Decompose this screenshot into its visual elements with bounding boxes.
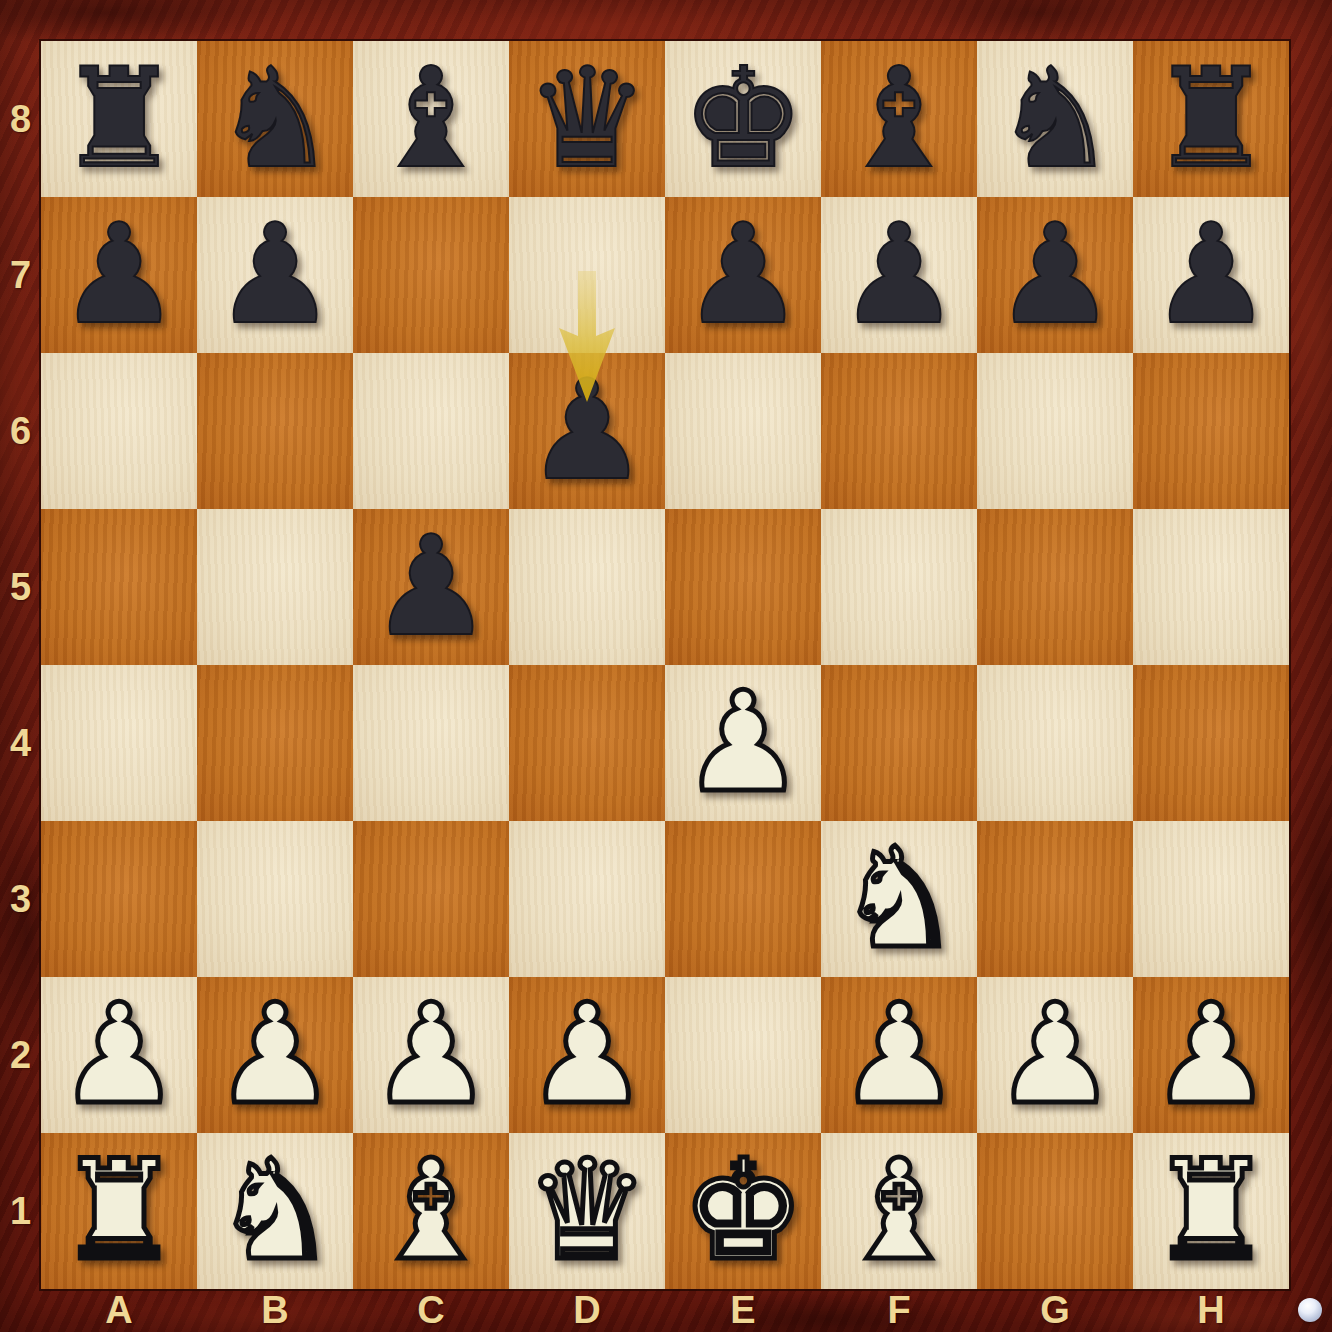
square-f1[interactable]: ♝ — [821, 1133, 977, 1289]
rank-label-4: 4 — [0, 665, 41, 821]
square-h8[interactable]: ♜ — [1133, 41, 1289, 197]
square-g3[interactable] — [977, 821, 1133, 977]
white-knight: ♞ — [213, 1133, 337, 1289]
square-e6[interactable] — [665, 353, 821, 509]
square-e8[interactable]: ♚ — [665, 41, 821, 197]
square-c8[interactable]: ♝ — [353, 41, 509, 197]
square-f7[interactable]: ♟ — [821, 197, 977, 353]
square-d2[interactable]: ♟ — [509, 977, 665, 1133]
white-king: ♚ — [681, 1133, 805, 1289]
side-to-move-indicator — [1298, 1298, 1322, 1322]
white-bishop: ♝ — [837, 1133, 961, 1289]
square-c2[interactable]: ♟ — [353, 977, 509, 1133]
square-h2[interactable]: ♟ — [1133, 977, 1289, 1133]
file-label-h: H — [1133, 1290, 1289, 1332]
square-d1[interactable]: ♛ — [509, 1133, 665, 1289]
square-g2[interactable]: ♟ — [977, 977, 1133, 1133]
square-b3[interactable] — [197, 821, 353, 977]
black-knight: ♞ — [993, 41, 1117, 197]
square-f3[interactable]: ♞ — [821, 821, 977, 977]
square-f8[interactable]: ♝ — [821, 41, 977, 197]
square-g6[interactable] — [977, 353, 1133, 509]
square-h5[interactable] — [1133, 509, 1289, 665]
square-h6[interactable] — [1133, 353, 1289, 509]
square-d8[interactable]: ♛ — [509, 41, 665, 197]
square-f4[interactable] — [821, 665, 977, 821]
square-a4[interactable] — [41, 665, 197, 821]
white-rook: ♜ — [57, 1133, 181, 1289]
square-b5[interactable] — [197, 509, 353, 665]
black-pawn: ♟ — [993, 197, 1117, 353]
rank-label-8: 8 — [0, 41, 41, 197]
rank-label-2: 2 — [0, 977, 41, 1133]
rank-label-5: 5 — [0, 509, 41, 665]
black-king: ♚ — [681, 41, 805, 197]
black-pawn: ♟ — [57, 197, 181, 353]
black-pawn: ♟ — [1149, 197, 1273, 353]
square-a3[interactable] — [41, 821, 197, 977]
square-a1[interactable]: ♜ — [41, 1133, 197, 1289]
square-b1[interactable]: ♞ — [197, 1133, 353, 1289]
black-pawn: ♟ — [525, 353, 649, 509]
rank-label-6: 6 — [0, 353, 41, 509]
white-bishop: ♝ — [369, 1133, 493, 1289]
square-f2[interactable]: ♟ — [821, 977, 977, 1133]
white-queen: ♛ — [525, 1133, 649, 1289]
black-rook: ♜ — [1149, 41, 1273, 197]
black-bishop: ♝ — [369, 41, 493, 197]
square-c4[interactable] — [353, 665, 509, 821]
white-knight: ♞ — [837, 821, 961, 977]
black-bishop: ♝ — [837, 41, 961, 197]
square-g7[interactable]: ♟ — [977, 197, 1133, 353]
square-c5[interactable]: ♟ — [353, 509, 509, 665]
square-e7[interactable]: ♟ — [665, 197, 821, 353]
square-d7[interactable] — [509, 197, 665, 353]
file-label-f: F — [821, 1290, 977, 1332]
square-a2[interactable]: ♟ — [41, 977, 197, 1133]
file-label-b: B — [197, 1290, 353, 1332]
square-h1[interactable]: ♜ — [1133, 1133, 1289, 1289]
square-d5[interactable] — [509, 509, 665, 665]
black-pawn: ♟ — [369, 509, 493, 665]
black-pawn: ♟ — [213, 197, 337, 353]
square-e1[interactable]: ♚ — [665, 1133, 821, 1289]
square-a5[interactable] — [41, 509, 197, 665]
square-b6[interactable] — [197, 353, 353, 509]
square-e4[interactable]: ♟ — [665, 665, 821, 821]
square-b7[interactable]: ♟ — [197, 197, 353, 353]
square-b2[interactable]: ♟ — [197, 977, 353, 1133]
black-pawn: ♟ — [681, 197, 805, 353]
square-c7[interactable] — [353, 197, 509, 353]
white-pawn: ♟ — [525, 977, 649, 1133]
square-e3[interactable] — [665, 821, 821, 977]
file-label-d: D — [509, 1290, 665, 1332]
black-knight: ♞ — [213, 41, 337, 197]
rank-label-3: 3 — [0, 821, 41, 977]
square-g4[interactable] — [977, 665, 1133, 821]
black-pawn: ♟ — [837, 197, 961, 353]
white-pawn: ♟ — [993, 977, 1117, 1133]
square-g5[interactable] — [977, 509, 1133, 665]
file-label-a: A — [41, 1290, 197, 1332]
black-queen: ♛ — [525, 41, 649, 197]
file-label-c: C — [353, 1290, 509, 1332]
black-rook: ♜ — [57, 41, 181, 197]
chess-board[interactable]: ♜♞♝♛♚♝♞♜♟♟♟♟♟♟♟♟♟♞♟♟♟♟♟♟♟♜♞♝♛♚♝♜ — [41, 41, 1289, 1289]
square-a8[interactable]: ♜ — [41, 41, 197, 197]
rank-label-7: 7 — [0, 197, 41, 353]
white-pawn: ♟ — [837, 977, 961, 1133]
square-d4[interactable] — [509, 665, 665, 821]
chess-diagram: ♜♞♝♛♚♝♞♜♟♟♟♟♟♟♟♟♟♞♟♟♟♟♟♟♟♜♞♝♛♚♝♜ 8765432… — [0, 0, 1332, 1332]
square-b8[interactable]: ♞ — [197, 41, 353, 197]
square-g1[interactable] — [977, 1133, 1133, 1289]
square-d3[interactable] — [509, 821, 665, 977]
square-h7[interactable]: ♟ — [1133, 197, 1289, 353]
square-b4[interactable] — [197, 665, 353, 821]
file-label-g: G — [977, 1290, 1133, 1332]
square-h4[interactable] — [1133, 665, 1289, 821]
square-c3[interactable] — [353, 821, 509, 977]
white-pawn: ♟ — [681, 665, 805, 821]
file-label-e: E — [665, 1290, 821, 1332]
square-a6[interactable] — [41, 353, 197, 509]
white-rook: ♜ — [1149, 1133, 1273, 1289]
white-pawn: ♟ — [57, 977, 181, 1133]
white-pawn: ♟ — [369, 977, 493, 1133]
square-e2[interactable] — [665, 977, 821, 1133]
square-e5[interactable] — [665, 509, 821, 665]
white-pawn: ♟ — [213, 977, 337, 1133]
rank-label-1: 1 — [0, 1133, 41, 1289]
square-f5[interactable] — [821, 509, 977, 665]
square-d6[interactable]: ♟ — [509, 353, 665, 509]
square-a7[interactable]: ♟ — [41, 197, 197, 353]
square-g8[interactable]: ♞ — [977, 41, 1133, 197]
white-pawn: ♟ — [1149, 977, 1273, 1133]
square-h3[interactable] — [1133, 821, 1289, 977]
square-c6[interactable] — [353, 353, 509, 509]
square-c1[interactable]: ♝ — [353, 1133, 509, 1289]
square-f6[interactable] — [821, 353, 977, 509]
